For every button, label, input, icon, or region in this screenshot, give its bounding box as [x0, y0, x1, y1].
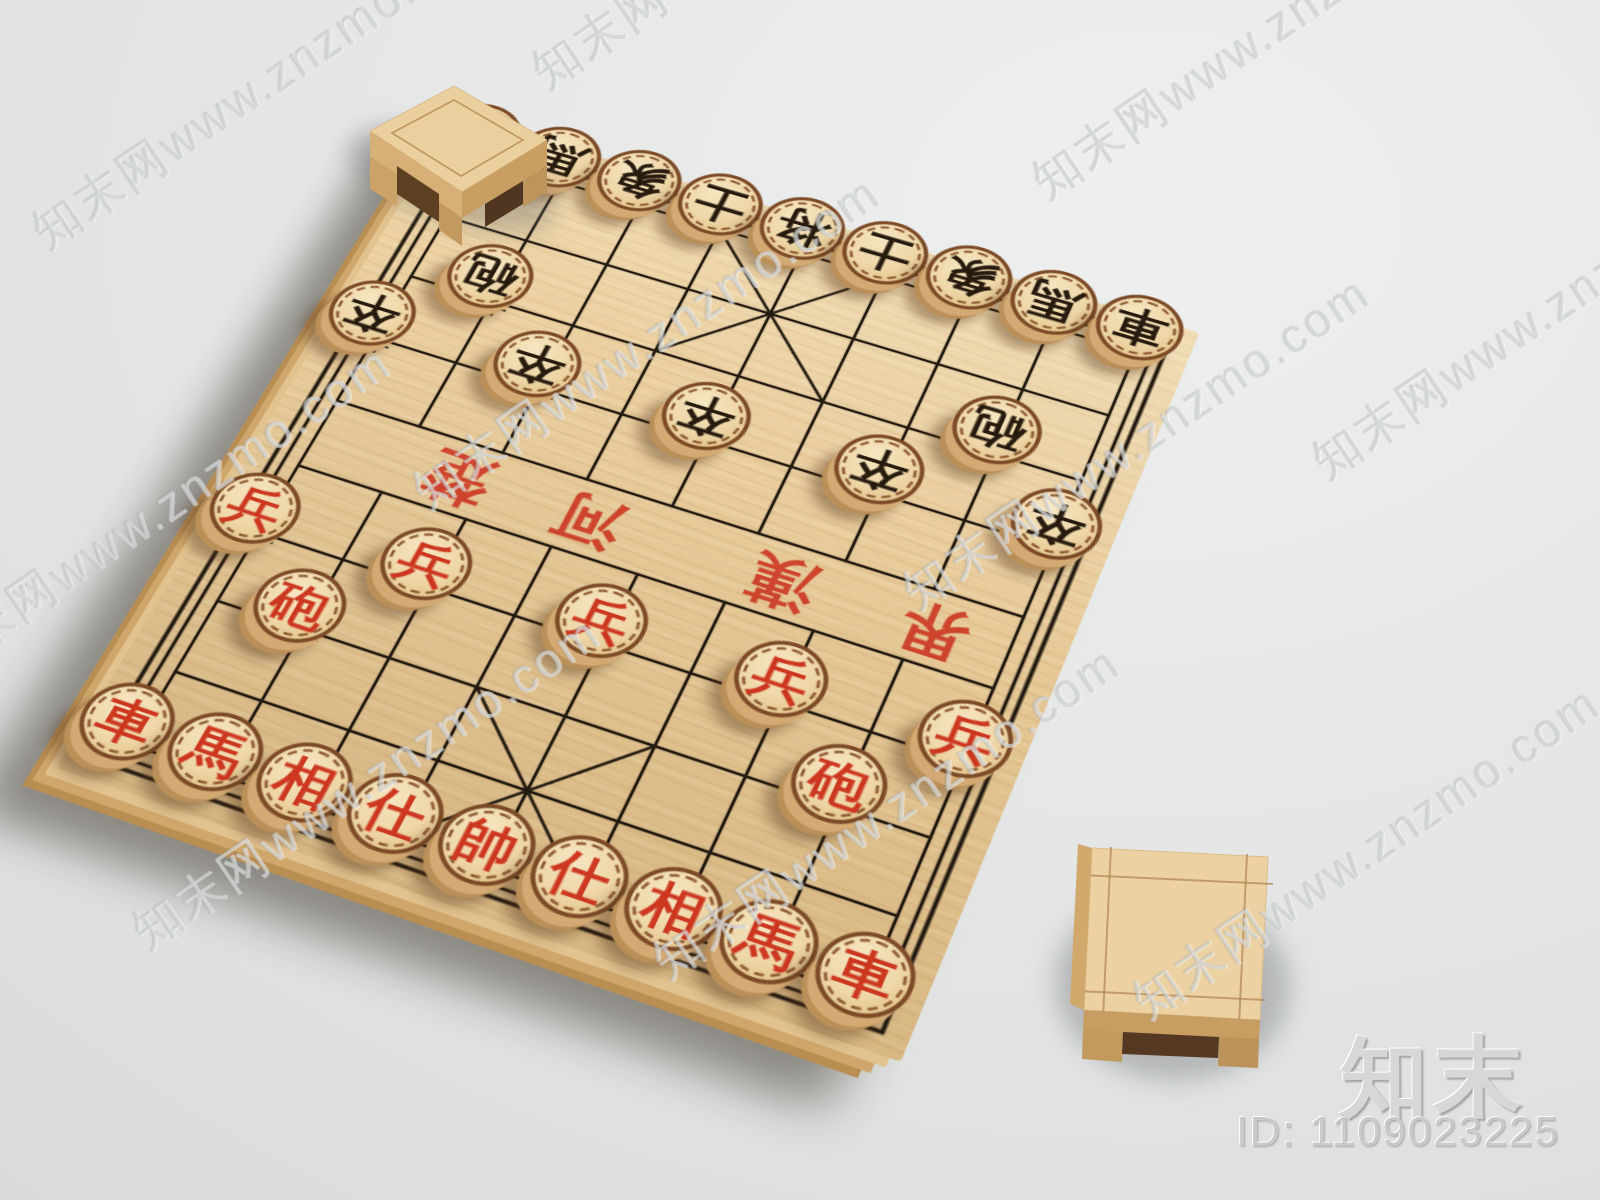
- asset-id-label: ID: 1109023225: [1236, 1108, 1560, 1156]
- piece-character: 砲: [783, 737, 894, 830]
- piece-character: 馬: [711, 892, 826, 992]
- piece-character: 車: [808, 925, 923, 1026]
- piece-character: 仕: [522, 828, 637, 925]
- piece-character: 相: [616, 860, 731, 958]
- piece-character: 相: [247, 736, 362, 829]
- piece-red-chariot: 車: [801, 919, 929, 1031]
- piece-red-soldier: 兵: [541, 572, 662, 669]
- piece-character: 兵: [726, 634, 835, 723]
- piece-character: 帥: [429, 797, 544, 893]
- xiangqi-board: 楚河 漢界 車馬象士将士象馬車砲砲卒卒卒卒卒兵兵兵兵兵砲砲車馬相仕帥仕相馬車: [57, 115, 1200, 1062]
- piece-character: 兵: [911, 693, 1020, 785]
- piece-red-cannon: 砲: [238, 558, 361, 654]
- piece-red-soldier: 兵: [905, 688, 1026, 790]
- product-render-page: { "game": "xiangqi", "position": { "fen"…: [0, 0, 1600, 1200]
- wooden-stand-bottom-right: [1035, 818, 1295, 1078]
- piece-red-cannon: 砲: [777, 732, 900, 836]
- piece-character: 仕: [337, 766, 452, 861]
- piece-red-soldier: 兵: [720, 630, 841, 729]
- piece-character: 砲: [244, 562, 355, 649]
- wooden-stand-top-left: [335, 50, 575, 280]
- piece-character: 兵: [547, 577, 656, 664]
